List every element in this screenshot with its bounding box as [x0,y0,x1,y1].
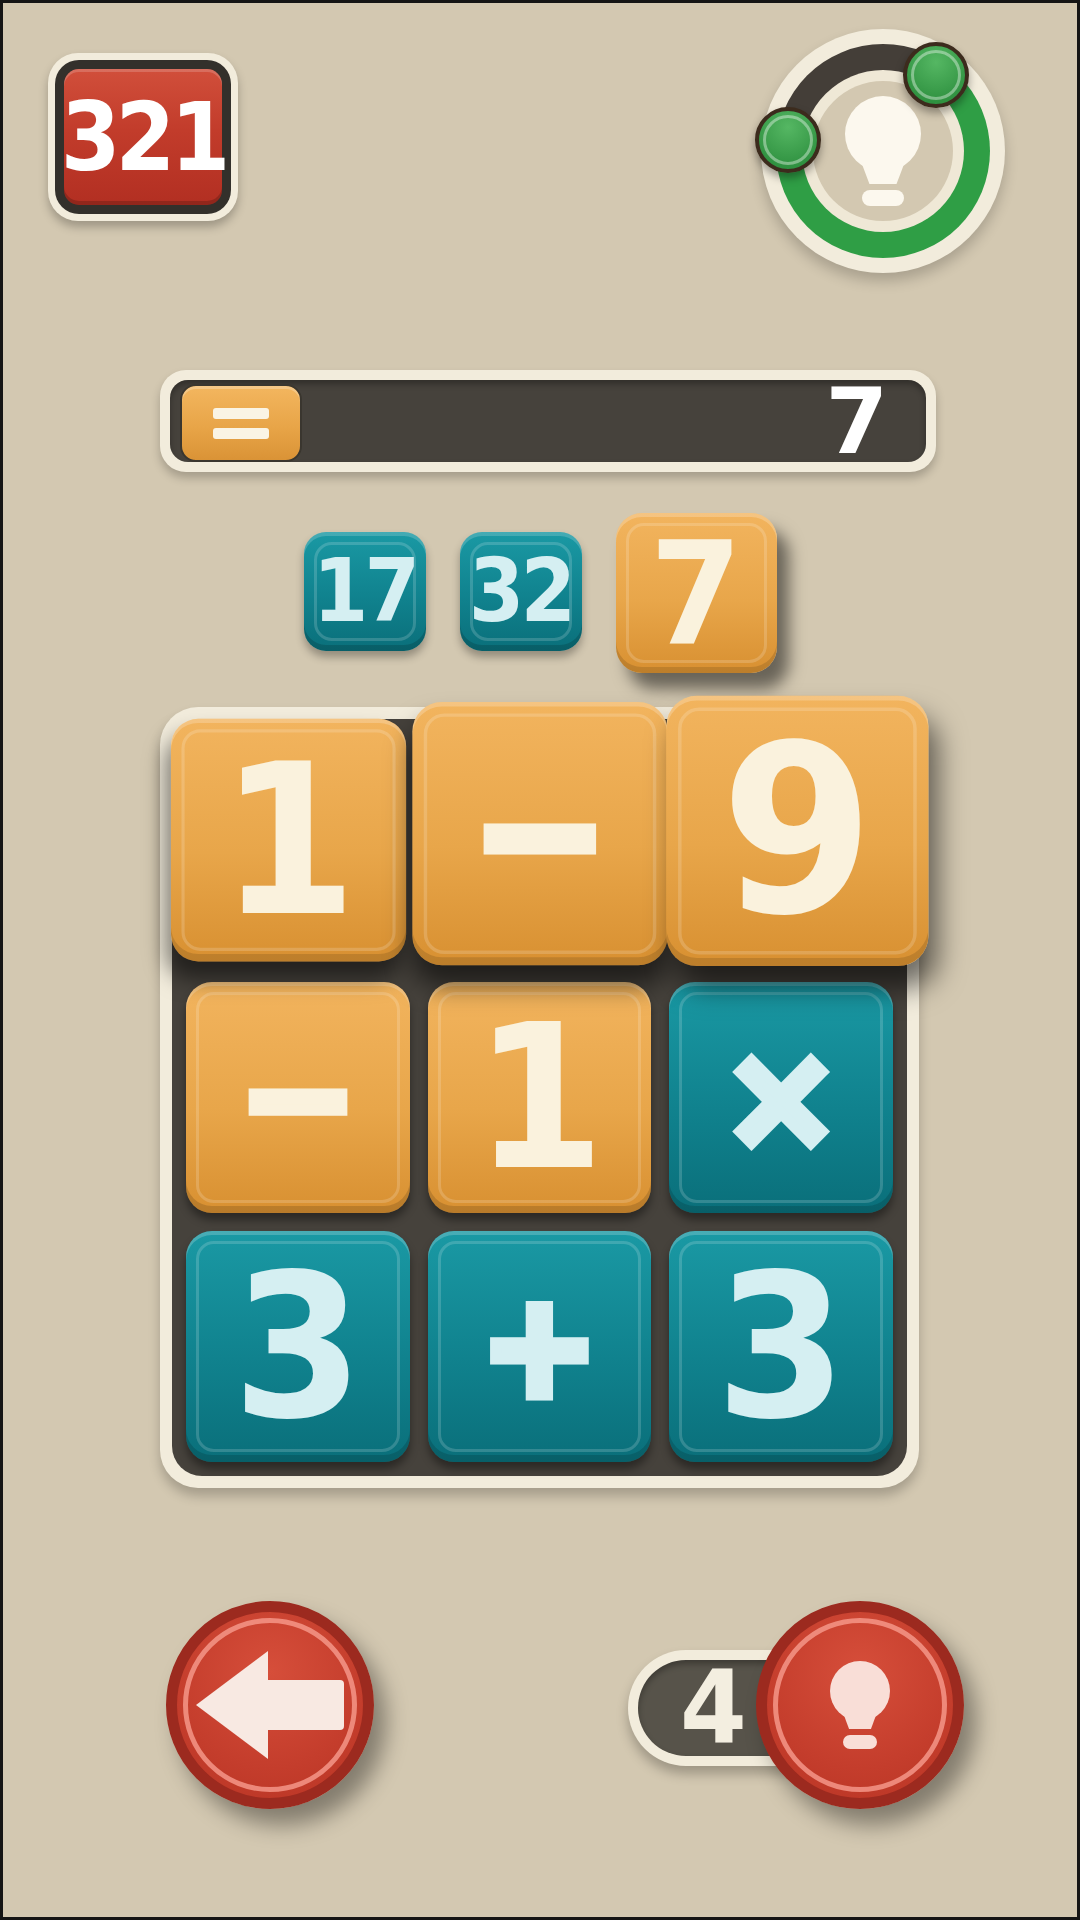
equation-bar-track: 7 [170,380,926,462]
tile-glyph: − [239,1016,356,1179]
board-cell-r3c2: + [428,1231,652,1462]
hint-button[interactable] [756,1601,964,1809]
tile-glyph: 3 [716,1230,847,1462]
board-cell-r2c1: − [186,982,410,1213]
target-value: 7 [825,380,888,462]
tile-glyph: − [473,741,607,927]
board-cell-r3c3: 3 [669,1231,893,1462]
board-tile-number-r3c3[interactable]: 3 [669,1231,893,1462]
candidate-tile-7[interactable]: 7 [616,513,777,673]
lightbulb-hint-icon [830,1661,890,1749]
lightbulb-icon [845,96,921,206]
candidate-tile-17[interactable]: 17 [304,532,426,651]
candidate-value: 17 [313,541,416,641]
board-grid: 1−9−1×3+3 [172,719,907,1476]
candidate-row: 17327 [3,509,1077,673]
score-value: 321 [61,82,226,192]
candidate-tile-32[interactable]: 32 [460,532,582,651]
board-tile-operator-r2c3[interactable]: × [669,982,893,1213]
tile-glyph: + [481,1265,598,1428]
tile-glyph: × [723,1016,840,1179]
tile-glyph: 3 [232,1230,363,1462]
board-tile-operator-r1c2[interactable]: − [412,702,667,965]
board-tile-operator-r3c2[interactable]: + [428,1231,652,1462]
back-arrow-icon [196,1651,344,1759]
board-tile-number-r3c1[interactable]: 3 [186,1231,410,1462]
score-badge-face: 321 [64,69,222,205]
equals-icon [213,408,269,419]
tile-glyph: 1 [220,718,357,962]
ring-knob-left [755,107,821,173]
ring-knob-right [903,42,969,108]
score-badge: 321 [48,53,238,221]
board-cell-r1c1: 1 [186,733,410,964]
equation-bar: 7 [160,370,936,472]
board-frame: 1−9−1×3+3 [160,707,919,1488]
hint-count: 4 [680,1649,747,1767]
board-cell-r2c2: 1 [428,982,652,1213]
score-badge-frame: 321 [55,60,231,214]
candidate-value: 32 [469,541,572,641]
candidate-value: 7 [650,510,742,676]
board-cell-r1c2: − [428,733,652,964]
board-cell-r3c1: 3 [186,1231,410,1462]
board-tile-number-r2c2[interactable]: 1 [428,982,652,1213]
tile-glyph: 9 [721,695,874,967]
game-screen: 321 7 17327 1−9−1×3+3 [0,0,1080,1920]
hint-progress-ring[interactable] [761,29,1005,273]
equals-tile [180,384,302,462]
equals-icon [213,428,269,439]
board-tile-number-r1c3[interactable]: 9 [667,696,929,966]
tile-glyph: 1 [474,981,605,1213]
board-cell-r1c3: 9 [669,733,893,964]
board-tile-number-r1c1[interactable]: 1 [171,719,406,962]
board-cell-r2c3: × [669,982,893,1213]
back-button[interactable] [166,1601,374,1809]
board-tile-operator-r2c1[interactable]: − [186,982,410,1213]
